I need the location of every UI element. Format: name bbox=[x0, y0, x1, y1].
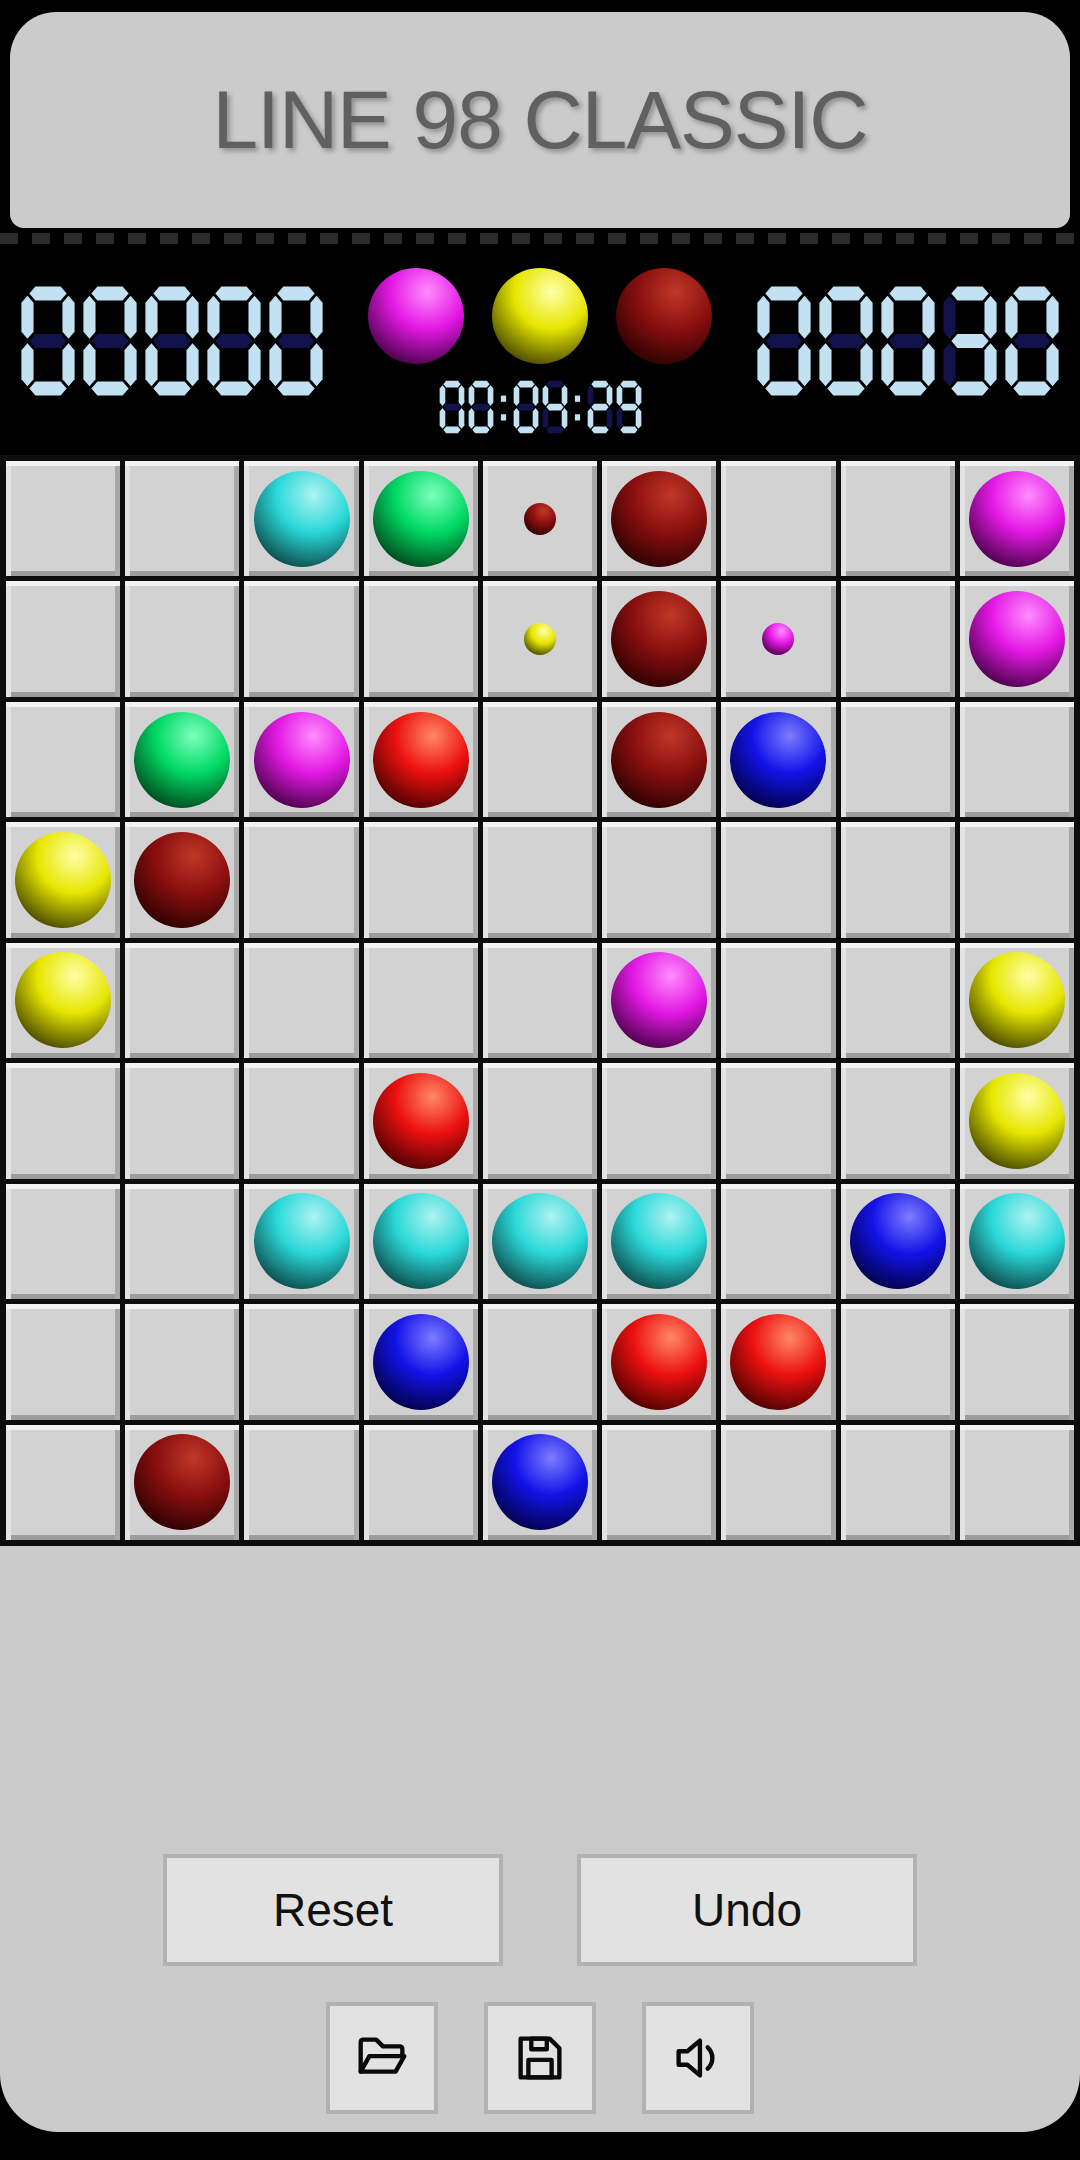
ball-red bbox=[730, 1314, 826, 1410]
board-cell-r9c6[interactable] bbox=[602, 1425, 716, 1540]
ball-red bbox=[611, 1314, 707, 1410]
board-cell-r1c1[interactable] bbox=[6, 461, 120, 576]
board-cell-r8c1[interactable] bbox=[6, 1304, 120, 1419]
title-card: LINE 98 CLASSIC bbox=[10, 12, 1070, 228]
board-cell-r2c7[interactable] bbox=[721, 581, 835, 696]
board-cell-r5c8[interactable] bbox=[841, 943, 955, 1058]
board-cell-r6c4[interactable] bbox=[364, 1063, 478, 1178]
ball-red bbox=[373, 1073, 469, 1169]
board-cell-r9c7[interactable] bbox=[721, 1425, 835, 1540]
ball-cyan bbox=[492, 1193, 588, 1289]
ball-green bbox=[373, 471, 469, 567]
board-cell-r8c4[interactable] bbox=[364, 1304, 478, 1419]
board-cell-r5c1[interactable] bbox=[6, 943, 120, 1058]
board-cell-r5c7[interactable] bbox=[721, 943, 835, 1058]
board-cell-r3c7[interactable] bbox=[721, 702, 835, 817]
board-cell-r4c2[interactable] bbox=[125, 822, 239, 937]
board-cell-r4c3[interactable] bbox=[244, 822, 358, 937]
board-cell-r3c4[interactable] bbox=[364, 702, 478, 817]
ball-darkred bbox=[611, 712, 707, 808]
speaker-icon bbox=[667, 2027, 729, 2089]
board-cell-r6c6[interactable] bbox=[602, 1063, 716, 1178]
board-cell-r9c3[interactable] bbox=[244, 1425, 358, 1540]
open-folder-icon bbox=[351, 2027, 413, 2089]
board-cell-r6c2[interactable] bbox=[125, 1063, 239, 1178]
ball-magenta bbox=[969, 591, 1065, 687]
sound-button[interactable] bbox=[642, 2002, 754, 2114]
icon-button-row bbox=[0, 2002, 1080, 2114]
board-cell-r1c7[interactable] bbox=[721, 461, 835, 576]
board-cell-r5c4[interactable] bbox=[364, 943, 478, 1058]
board-cell-r3c8[interactable] bbox=[841, 702, 955, 817]
undo-button[interactable]: Undo bbox=[577, 1854, 917, 1966]
board-cell-r6c8[interactable] bbox=[841, 1063, 955, 1178]
save-icon bbox=[509, 2027, 571, 2089]
ball-blue bbox=[730, 712, 826, 808]
next-ball-magenta bbox=[368, 268, 464, 364]
board-cell-r2c5[interactable] bbox=[483, 581, 597, 696]
ball-cyan bbox=[611, 1193, 707, 1289]
scoreboard-trim bbox=[0, 233, 1080, 244]
small-ball-darkred bbox=[524, 503, 556, 535]
board-cell-r8c3[interactable] bbox=[244, 1304, 358, 1419]
scoreboard bbox=[0, 228, 1080, 455]
board-cell-r8c6[interactable] bbox=[602, 1304, 716, 1419]
ball-magenta bbox=[254, 712, 350, 808]
board-cell-r7c2[interactable] bbox=[125, 1184, 239, 1299]
board-cell-r9c2[interactable] bbox=[125, 1425, 239, 1540]
board-cell-r2c4[interactable] bbox=[364, 581, 478, 696]
board-cell-r3c9[interactable] bbox=[960, 702, 1074, 817]
app-screen: LINE 98 CLASSIC Reset Undo bbox=[0, 12, 1080, 2160]
board-cell-r2c3[interactable] bbox=[244, 581, 358, 696]
board-cell-r3c3[interactable] bbox=[244, 702, 358, 817]
ball-yellow bbox=[15, 952, 111, 1048]
board-cell-r7c5[interactable] bbox=[483, 1184, 597, 1299]
board-cell-r4c7[interactable] bbox=[721, 822, 835, 937]
board-cell-r4c4[interactable] bbox=[364, 822, 478, 937]
board-cell-r9c9[interactable] bbox=[960, 1425, 1074, 1540]
ball-blue bbox=[492, 1434, 588, 1530]
ball-darkred bbox=[134, 1434, 230, 1530]
board-cell-r5c6[interactable] bbox=[602, 943, 716, 1058]
board-cell-r7c1[interactable] bbox=[6, 1184, 120, 1299]
board-cell-r9c5[interactable] bbox=[483, 1425, 597, 1540]
board-cell-r1c2[interactable] bbox=[125, 461, 239, 576]
board-cell-r4c5[interactable] bbox=[483, 822, 597, 937]
board-cell-r6c1[interactable] bbox=[6, 1063, 120, 1178]
score-right-display bbox=[756, 285, 1060, 397]
small-ball-yellow bbox=[524, 623, 556, 655]
board-cell-r8c2[interactable] bbox=[125, 1304, 239, 1419]
ball-darkred bbox=[611, 591, 707, 687]
board-cell-r1c3[interactable] bbox=[244, 461, 358, 576]
board-cell-r5c2[interactable] bbox=[125, 943, 239, 1058]
board-cell-r9c1[interactable] bbox=[6, 1425, 120, 1540]
board-cell-r6c9[interactable] bbox=[960, 1063, 1074, 1178]
board-cell-r3c6[interactable] bbox=[602, 702, 716, 817]
scoreboard-center bbox=[324, 228, 756, 434]
board-cell-r7c7[interactable] bbox=[721, 1184, 835, 1299]
board-cell-r4c1[interactable] bbox=[6, 822, 120, 937]
board-cell-r2c9[interactable] bbox=[960, 581, 1074, 696]
board-cell-r2c2[interactable] bbox=[125, 581, 239, 696]
board-cell-r1c8[interactable] bbox=[841, 461, 955, 576]
board-cell-r2c1[interactable] bbox=[6, 581, 120, 696]
board-cell-r6c7[interactable] bbox=[721, 1063, 835, 1178]
board-cell-r7c9[interactable] bbox=[960, 1184, 1074, 1299]
ball-cyan bbox=[969, 1193, 1065, 1289]
board-cell-r3c5[interactable] bbox=[483, 702, 597, 817]
game-board bbox=[0, 455, 1080, 1546]
board-cell-r7c3[interactable] bbox=[244, 1184, 358, 1299]
board-cell-r5c3[interactable] bbox=[244, 943, 358, 1058]
board-cell-r7c8[interactable] bbox=[841, 1184, 955, 1299]
board-cell-r2c6[interactable] bbox=[602, 581, 716, 696]
ball-cyan bbox=[254, 1193, 350, 1289]
ball-cyan bbox=[373, 1193, 469, 1289]
next-ball-darkred bbox=[616, 268, 712, 364]
board-cell-r9c4[interactable] bbox=[364, 1425, 478, 1540]
ball-green bbox=[134, 712, 230, 808]
reset-button[interactable]: Reset bbox=[163, 1854, 503, 1966]
board-cell-r8c8[interactable] bbox=[841, 1304, 955, 1419]
board-cell-r4c9[interactable] bbox=[960, 822, 1074, 937]
ball-yellow bbox=[15, 832, 111, 928]
timer-display bbox=[439, 380, 642, 434]
board-cell-r7c4[interactable] bbox=[364, 1184, 478, 1299]
board-cell-r6c5[interactable] bbox=[483, 1063, 597, 1178]
board-cell-r8c5[interactable] bbox=[483, 1304, 597, 1419]
board-cell-r9c8[interactable] bbox=[841, 1425, 955, 1540]
control-panel: Reset Undo bbox=[0, 1546, 1080, 2132]
ball-blue bbox=[373, 1314, 469, 1410]
button-row: Reset Undo bbox=[0, 1854, 1080, 1966]
save-button[interactable] bbox=[484, 2002, 596, 2114]
ball-cyan bbox=[254, 471, 350, 567]
board-cell-r1c4[interactable] bbox=[364, 461, 478, 576]
ball-blue bbox=[850, 1193, 946, 1289]
ball-yellow bbox=[969, 1073, 1065, 1169]
board-cell-r8c9[interactable] bbox=[960, 1304, 1074, 1419]
ball-darkred bbox=[134, 832, 230, 928]
board-cell-r3c1[interactable] bbox=[6, 702, 120, 817]
board-cell-r4c8[interactable] bbox=[841, 822, 955, 937]
ball-magenta bbox=[969, 471, 1065, 567]
next-balls-preview bbox=[368, 268, 712, 364]
board-cell-r5c9[interactable] bbox=[960, 943, 1074, 1058]
open-button[interactable] bbox=[326, 2002, 438, 2114]
small-ball-magenta bbox=[762, 623, 794, 655]
page-title: LINE 98 CLASSIC bbox=[213, 73, 868, 167]
board-cell-r5c5[interactable] bbox=[483, 943, 597, 1058]
board-cell-r1c6[interactable] bbox=[602, 461, 716, 576]
ball-red bbox=[373, 712, 469, 808]
board-cell-r7c6[interactable] bbox=[602, 1184, 716, 1299]
board-cell-r1c5[interactable] bbox=[483, 461, 597, 576]
board-cell-r3c2[interactable] bbox=[125, 702, 239, 817]
ball-darkred bbox=[611, 471, 707, 567]
next-ball-yellow bbox=[492, 268, 588, 364]
ball-yellow bbox=[969, 952, 1065, 1048]
board-cell-r8c7[interactable] bbox=[721, 1304, 835, 1419]
ball-magenta bbox=[611, 952, 707, 1048]
board-cell-r2c8[interactable] bbox=[841, 581, 955, 696]
board-cell-r6c3[interactable] bbox=[244, 1063, 358, 1178]
board-cell-r1c9[interactable] bbox=[960, 461, 1074, 576]
score-left-display bbox=[20, 285, 324, 397]
board-cell-r4c6[interactable] bbox=[602, 822, 716, 937]
